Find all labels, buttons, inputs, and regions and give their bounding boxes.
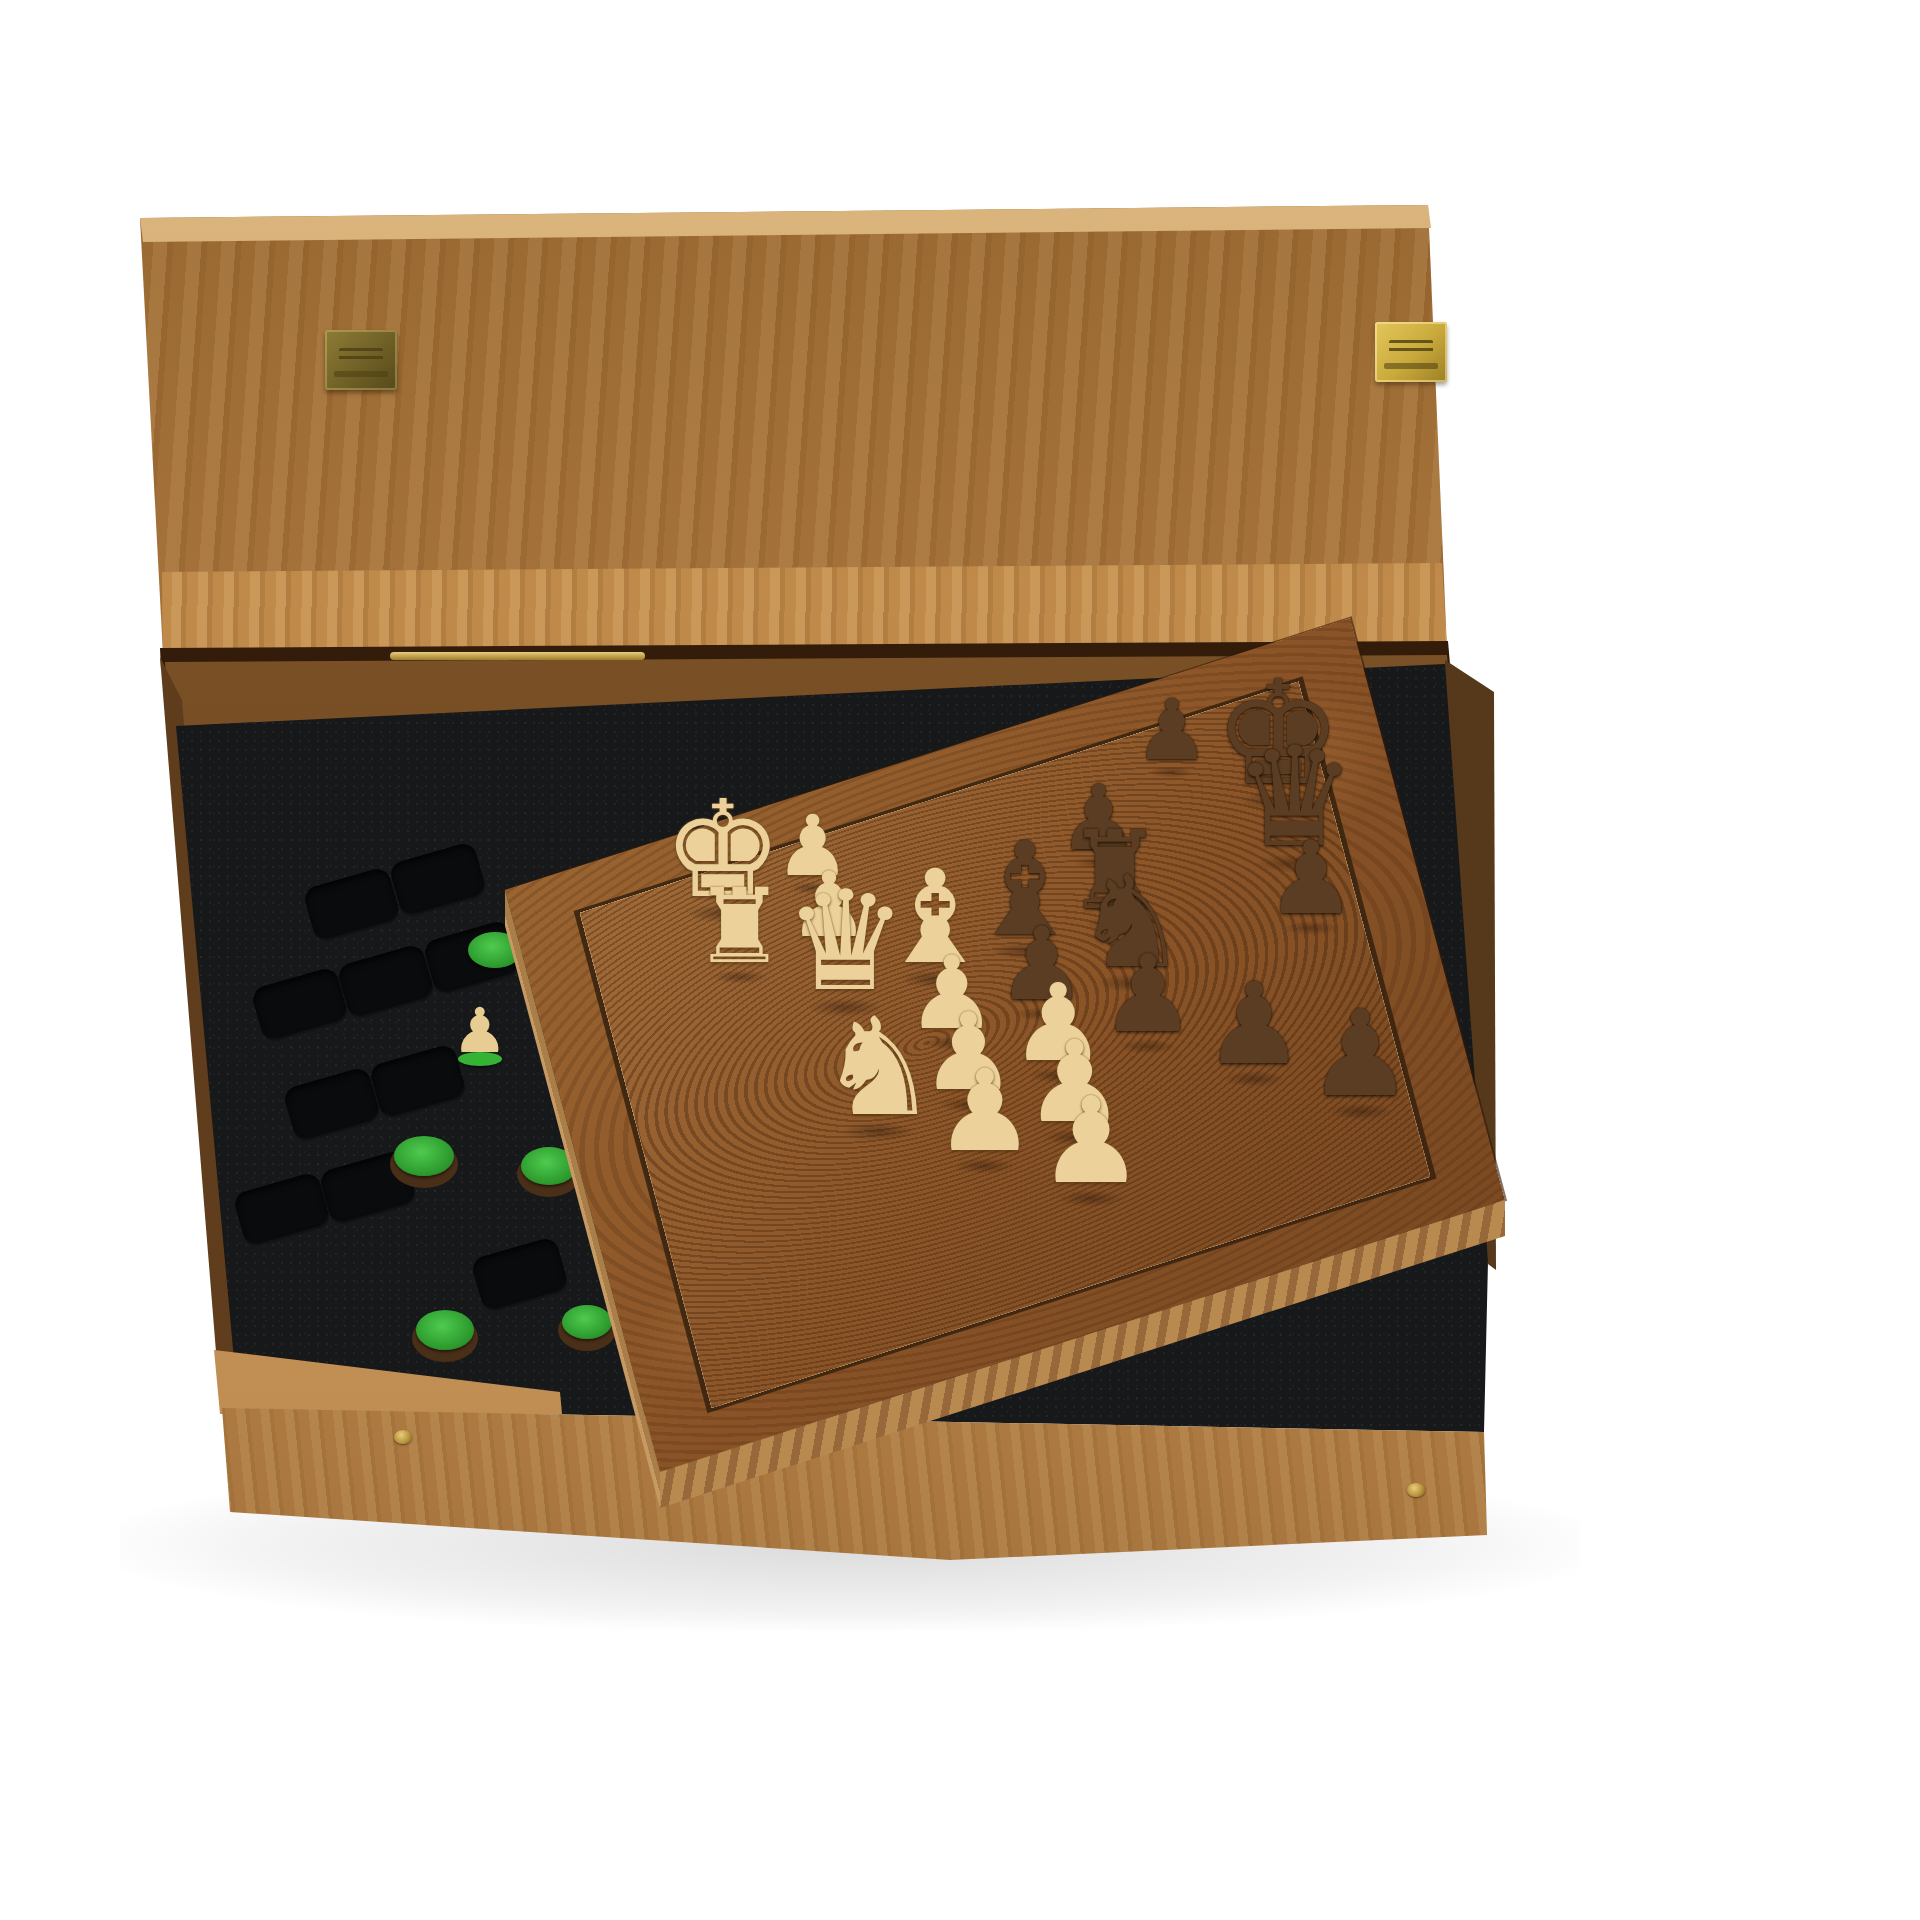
front-screw-left — [394, 1430, 412, 1444]
piece-contact-shadow — [954, 1158, 1016, 1174]
logo-text-emboss — [334, 371, 389, 377]
brass-latch-left — [325, 330, 397, 390]
piece-contact-shadow — [1059, 1190, 1124, 1207]
piece-contact-shadow — [1149, 766, 1195, 778]
piece-white-pawn-d3[interactable]: ♟ — [934, 1055, 1035, 1168]
piece-black-pawn-g8[interactable]: ♟ — [1134, 688, 1209, 772]
piece-contact-shadow — [1328, 1103, 1393, 1120]
piece-white-rook-b7[interactable]: ♜ — [693, 875, 785, 978]
green-felt-base — [458, 1052, 502, 1066]
product-photo-chess-set: ♟ ♚♟♟♜♟♟♚♛♝♝♜♛♟♟♞♟♞♟♟♟♟♟♟♟♟ — [0, 0, 1920, 1920]
brass-latch-right — [1375, 322, 1447, 382]
piece-black-pawn-g3[interactable]: ♟ — [1204, 968, 1305, 1081]
hinge-pin — [390, 652, 645, 660]
front-screw-right — [1407, 1483, 1425, 1497]
piece-contact-shadow — [1283, 921, 1339, 935]
spare-piece-felt-6[interactable] — [562, 1305, 612, 1339]
piece-contact-shadow — [1223, 1071, 1285, 1087]
logo-text-emboss — [1384, 363, 1439, 369]
manopoulos-logo-icon — [1389, 340, 1432, 356]
piece-contact-shadow — [711, 970, 768, 984]
piece-white-pawn-e2[interactable]: ♟ — [1038, 1082, 1145, 1201]
spare-piece-felt-5[interactable] — [416, 1310, 474, 1350]
piece-black-pawn-h2[interactable]: ♟ — [1307, 995, 1414, 1114]
spare-piece-felt-3[interactable] — [394, 1136, 454, 1176]
piece-contact-shadow — [1118, 1039, 1177, 1054]
piece-black-pawn-h5[interactable]: ♟ — [1266, 828, 1357, 929]
spare-light-pawn[interactable]: ♟ — [452, 1000, 508, 1062]
piece-contact-shadow — [842, 1122, 916, 1141]
manopoulos-logo-icon — [339, 348, 382, 364]
